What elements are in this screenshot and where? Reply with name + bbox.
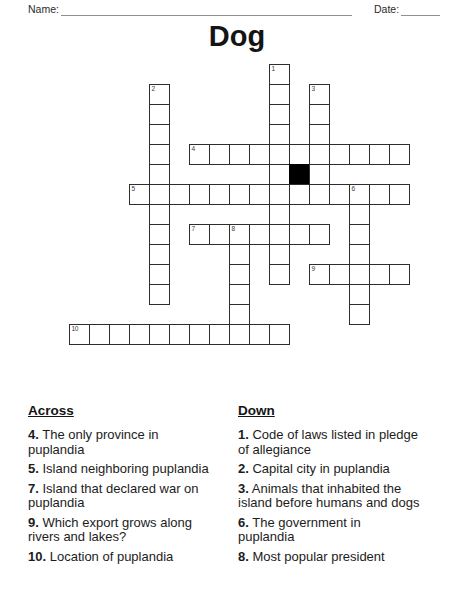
name-input-line[interactable] [61, 2, 352, 16]
grid-cell[interactable] [209, 144, 230, 165]
clue-1-down: 1. Code of laws listed in pledgeof alleg… [238, 428, 468, 457]
clue-6-down-line-2: puplandia [238, 530, 468, 545]
down-clues-column: Down 1. Code of laws listed in pledgeof … [238, 403, 468, 569]
grid-cell[interactable] [309, 124, 330, 145]
clue-number-label: 7. [28, 481, 39, 496]
name-label: Name: [28, 3, 59, 15]
clue-8-down-line-1: 8. Most popular president [238, 550, 468, 565]
clue-5-across: 5. Island neighboring puplandia [28, 462, 233, 477]
grid-cell[interactable] [189, 324, 210, 345]
grid-cell[interactable] [229, 284, 250, 305]
crossword-worksheet: { "header": { "name_label": "Name:", "da… [0, 0, 474, 613]
clue-7-across: 7. Island that declared war onpuplandia [28, 482, 233, 511]
grid-cell[interactable] [149, 164, 170, 185]
grid-cell[interactable] [329, 144, 350, 165]
grid-cell[interactable] [149, 284, 170, 305]
clue-3-down: 3. Animals that inhabited theisland befo… [238, 482, 468, 511]
grid-cell[interactable] [349, 304, 370, 325]
across-clues-column: Across 4. The only province inpuplandia5… [28, 403, 233, 569]
grid-cell[interactable] [349, 144, 370, 165]
clue-number-label: 9. [28, 515, 39, 530]
grid-cell[interactable] [229, 184, 250, 205]
puzzle-title: Dog [0, 19, 474, 53]
grid-cell[interactable] [389, 184, 410, 205]
grid-cell[interactable]: 10 [69, 324, 90, 345]
clue-number: 9 [312, 265, 315, 272]
clue-number: 2 [152, 85, 155, 92]
grid-cell[interactable] [149, 124, 170, 145]
clue-9-across: 9. Which export grows alongrivers and la… [28, 516, 233, 545]
clue-number: 7 [192, 225, 195, 232]
clue-number-label: 8. [238, 549, 249, 564]
grid-cell[interactable] [349, 284, 370, 305]
grid-cell[interactable] [249, 324, 270, 345]
clue-9-across-line-2: rivers and lakes? [28, 530, 233, 545]
grid-cell[interactable] [309, 104, 330, 125]
grid-cell[interactable] [369, 264, 390, 285]
grid-cell[interactable] [149, 264, 170, 285]
grid-cell[interactable] [149, 224, 170, 245]
grid-cell[interactable] [349, 204, 370, 225]
grid-cell[interactable] [149, 204, 170, 225]
grid-cell[interactable] [269, 204, 290, 225]
clue-3-down-line-1: 3. Animals that inhabited the [238, 482, 468, 497]
grid-cell[interactable] [349, 264, 370, 285]
grid-cell[interactable] [109, 324, 130, 345]
grid-cell[interactable] [269, 84, 290, 105]
grid-cell[interactable] [209, 184, 230, 205]
clue-4-across-line-2: puplandia [28, 443, 233, 458]
grid-cell[interactable] [149, 244, 170, 265]
clue-7-across-line-2: puplandia [28, 496, 233, 511]
grid-cell[interactable] [89, 324, 110, 345]
grid-cell[interactable] [369, 184, 390, 205]
grid-cell[interactable] [309, 224, 330, 245]
grid-cell[interactable] [229, 144, 250, 165]
grid-cell[interactable]: 5 [129, 184, 150, 205]
clue-6-down: 6. The government inpuplandia [238, 516, 468, 545]
grid-cell[interactable] [349, 224, 370, 245]
grid-cell[interactable] [249, 224, 270, 245]
grid-cell[interactable] [149, 104, 170, 125]
grid-cell[interactable] [229, 264, 250, 285]
clue-7-across-line-1: 7. Island that declared war on [28, 482, 233, 497]
clue-10-across-line-1: 10. Location of puplandia [28, 550, 233, 565]
date-input-line[interactable] [401, 2, 440, 16]
grid-cell[interactable] [209, 324, 230, 345]
across-heading: Across [28, 403, 233, 418]
grid-cell[interactable] [149, 324, 170, 345]
grid-cell[interactable] [309, 184, 330, 205]
grid-cell[interactable] [269, 164, 290, 185]
grid-cell[interactable] [269, 124, 290, 145]
clue-number-label: 4. [28, 427, 39, 442]
grid-cell[interactable] [329, 184, 350, 205]
clue-number-label: 1. [238, 427, 249, 442]
clue-1-down-line-1: 1. Code of laws listed in pledge [238, 428, 468, 443]
clue-number-label: 2. [238, 461, 249, 476]
grid-cell[interactable] [229, 244, 250, 265]
clue-number: 10 [72, 325, 79, 332]
grid-cell[interactable] [269, 264, 290, 285]
grid-cell[interactable] [209, 224, 230, 245]
across-clue-list: 4. The only province inpuplandia5. Islan… [28, 428, 233, 564]
clue-number: 5 [132, 185, 135, 192]
grid-cell[interactable] [369, 144, 390, 165]
clue-number-label: 6. [238, 515, 249, 530]
grid-cell[interactable] [269, 224, 290, 245]
grid-cell[interactable] [149, 184, 170, 205]
grid-cell[interactable] [389, 264, 410, 285]
grid-cell[interactable] [249, 144, 270, 165]
grid-cell[interactable]: 4 [189, 144, 210, 165]
grid-cell[interactable] [309, 144, 330, 165]
clue-9-across-line-1: 9. Which export grows along [28, 516, 233, 531]
grid-cell[interactable] [149, 144, 170, 165]
grid-cell[interactable] [269, 324, 290, 345]
clue-3-down-line-2: island before humans and dogs [238, 496, 468, 511]
grid-cell[interactable] [269, 244, 290, 265]
clue-number: 6 [352, 185, 355, 192]
grid-cell[interactable] [289, 144, 310, 165]
clue-4-across: 4. The only province inpuplandia [28, 428, 233, 457]
clue-number: 4 [192, 145, 195, 152]
grid-cell[interactable] [349, 244, 370, 265]
grid-cell[interactable]: 1 [269, 64, 290, 85]
grid-cell[interactable] [329, 264, 350, 285]
clue-2-down-line-1: 2. Capital city in puplandia [238, 462, 468, 477]
grid-cell[interactable] [169, 324, 190, 345]
grid-cell[interactable] [269, 104, 290, 125]
clue-6-down-line-1: 6. The government in [238, 516, 468, 531]
clue-8-down: 8. Most popular president [238, 550, 468, 565]
clue-number: 1 [272, 65, 275, 72]
grid-cell[interactable] [289, 184, 310, 205]
clue-number-label: 5. [28, 461, 39, 476]
clue-1-down-line-2: of allegiance [238, 443, 468, 458]
clue-4-across-line-1: 4. The only province in [28, 428, 233, 443]
grid-cell[interactable]: 8 [229, 224, 250, 245]
grid-cell[interactable] [389, 144, 410, 165]
down-heading: Down [238, 403, 468, 418]
blocked-cell [289, 164, 310, 185]
grid-cell[interactable] [309, 164, 330, 185]
grid-cell[interactable]: 3 [309, 84, 330, 105]
grid-cell[interactable] [229, 324, 250, 345]
grid-cell[interactable] [249, 184, 270, 205]
grid-cell[interactable] [269, 144, 290, 165]
clue-2-down: 2. Capital city in puplandia [238, 462, 468, 477]
grid-cell[interactable] [289, 224, 310, 245]
grid-cell[interactable] [229, 304, 250, 325]
grid-cell[interactable] [269, 184, 290, 205]
clue-number: 3 [312, 85, 315, 92]
grid-cell[interactable] [169, 184, 190, 205]
grid-cell[interactable] [129, 324, 150, 345]
clue-number-label: 3. [238, 481, 249, 496]
grid-cell[interactable]: 9 [309, 264, 330, 285]
clue-10-across: 10. Location of puplandia [28, 550, 233, 565]
clue-number-label: 10. [28, 549, 46, 564]
clue-number: 8 [232, 225, 235, 232]
grid-cell[interactable] [189, 184, 210, 205]
clue-5-across-line-1: 5. Island neighboring puplandia [28, 462, 233, 477]
grid-cell[interactable]: 2 [149, 84, 170, 105]
grid-cell[interactable]: 7 [189, 224, 210, 245]
down-clue-list: 1. Code of laws listed in pledgeof alleg… [238, 428, 468, 564]
grid-cell[interactable]: 6 [349, 184, 370, 205]
date-label: Date: [374, 3, 399, 15]
crossword-grid: 12345678910 [69, 64, 410, 345]
